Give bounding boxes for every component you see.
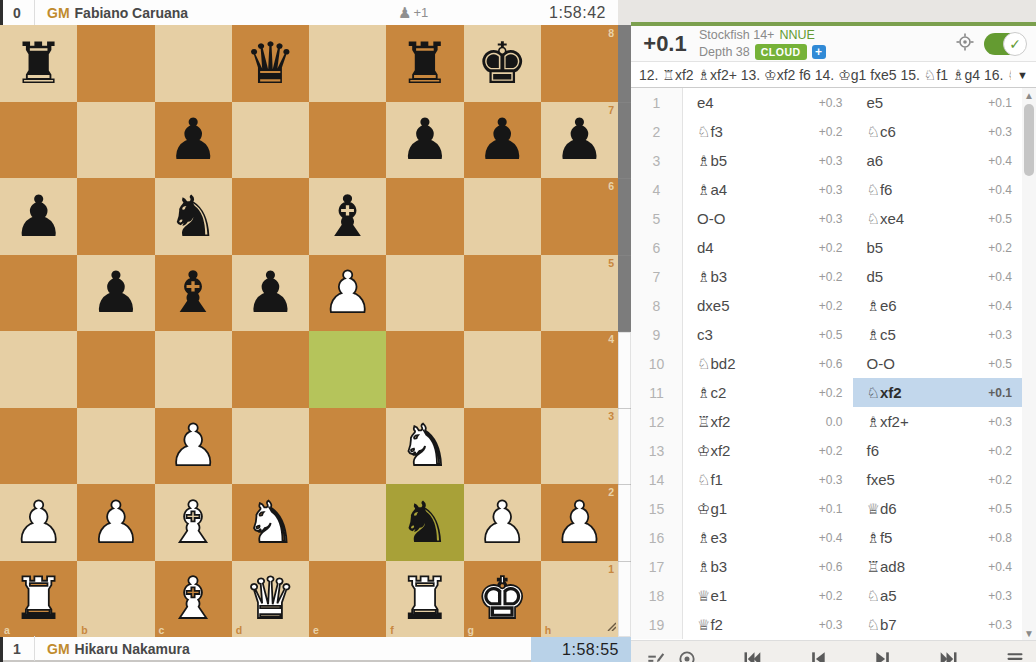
board-square-b7[interactable] bbox=[77, 102, 154, 179]
piece-white-pawn[interactable]: ♟ bbox=[77, 484, 154, 561]
black-move-cell[interactable]: ♗e6+0.4 bbox=[853, 291, 1023, 320]
move-san[interactable]: ♗c5 bbox=[867, 326, 896, 344]
move-row: 2♘f3+0.2♘c6+0.3 bbox=[631, 117, 1022, 146]
move-eval: +0.4 bbox=[988, 299, 1022, 313]
bottom-player-score: 1 bbox=[0, 641, 34, 657]
piece-white-bishop[interactable]: ♝ bbox=[155, 484, 232, 561]
coordinate-rank-label: 5 bbox=[608, 257, 614, 269]
move-number: 7 bbox=[631, 262, 683, 291]
move-eval: +0.3 bbox=[819, 154, 853, 168]
move-number: 8 bbox=[631, 291, 683, 320]
focus-icon[interactable] bbox=[956, 33, 974, 55]
engine-name: Stockfish 14+ bbox=[699, 27, 774, 44]
move-eval: +0.2 bbox=[988, 241, 1022, 255]
move-eval: +0.2 bbox=[819, 386, 853, 400]
board-square-f1[interactable]: ♜f bbox=[386, 561, 463, 638]
piece-white-pawn[interactable]: ♟ bbox=[155, 408, 232, 485]
playback-controls bbox=[631, 640, 1036, 662]
move-number: 12 bbox=[631, 407, 683, 436]
coordinate-file-label: f bbox=[390, 624, 394, 636]
black-move-cell[interactable]: ♘b7+0.3 bbox=[853, 610, 1023, 639]
move-san[interactable]: ♘a5 bbox=[867, 587, 897, 605]
move-number: 18 bbox=[631, 581, 683, 610]
white-move-cell[interactable]: dxe5+0.2 bbox=[683, 291, 853, 320]
gauge-tick bbox=[618, 102, 631, 103]
black-move-cell[interactable]: e5+0.1 bbox=[853, 88, 1023, 117]
move-row: 6d4+0.2b5+0.2 bbox=[631, 233, 1022, 262]
board-square-h7[interactable]: ♟7 bbox=[541, 102, 618, 179]
move-eval: +0.8 bbox=[988, 531, 1022, 545]
move-eval: +0.2 bbox=[819, 125, 853, 139]
add-engine-line-button[interactable]: + bbox=[812, 45, 826, 59]
black-move-cell[interactable]: O-O+0.5 bbox=[853, 349, 1023, 378]
material-value: +1 bbox=[413, 5, 428, 20]
board-square-a8[interactable]: ♜ bbox=[0, 25, 77, 102]
top-player-score: 0 bbox=[0, 5, 34, 21]
move-san[interactable]: ♗e3 bbox=[697, 529, 727, 547]
move-san[interactable]: O-O bbox=[697, 210, 725, 227]
coordinate-rank-label: 8 bbox=[608, 27, 614, 39]
scrollbar-thumb[interactable] bbox=[1024, 104, 1034, 176]
piece-white-rook[interactable]: ♜ bbox=[386, 561, 463, 638]
move-eval: +0.6 bbox=[819, 560, 853, 574]
black-move-cell[interactable]: ♘a5+0.3 bbox=[853, 581, 1023, 610]
board-square-g8[interactable]: ♚ bbox=[464, 25, 541, 102]
white-move-cell[interactable]: e4+0.3 bbox=[683, 88, 853, 117]
material-advantage: ♟ +1 bbox=[398, 0, 428, 25]
black-move-cell[interactable]: ♖ad8+0.4 bbox=[853, 552, 1023, 581]
black-move-cell[interactable]: ♗f5+0.8 bbox=[853, 523, 1023, 552]
board-square-d6[interactable] bbox=[232, 178, 309, 255]
move-san[interactable]: ♘f1 bbox=[697, 471, 723, 489]
board-resize-handle[interactable] bbox=[605, 617, 616, 635]
coordinate-rank-label: 6 bbox=[608, 180, 614, 192]
move-eval: +0.4 bbox=[819, 531, 853, 545]
board-square-f4[interactable] bbox=[386, 331, 463, 408]
board-square-a7[interactable] bbox=[0, 102, 77, 179]
board-square-h4[interactable]: 4 bbox=[541, 331, 618, 408]
piece-white-knight[interactable]: ♞ bbox=[386, 408, 463, 485]
piece-black-bishop[interactable]: ♝ bbox=[155, 255, 232, 332]
move-san[interactable]: d5 bbox=[867, 268, 884, 285]
board-square-g6[interactable] bbox=[464, 178, 541, 255]
board-square-g3[interactable] bbox=[464, 408, 541, 485]
move-san[interactable]: ♗b3 bbox=[697, 558, 727, 576]
board-square-b4[interactable] bbox=[77, 331, 154, 408]
board-square-e2[interactable] bbox=[309, 484, 386, 561]
piece-white-rook[interactable]: ♜ bbox=[0, 561, 77, 638]
coordinate-file-label: a bbox=[4, 624, 10, 636]
white-move-cell[interactable]: ♗b5+0.3 bbox=[683, 146, 853, 175]
board-square-a4[interactable] bbox=[0, 331, 77, 408]
piece-black-king[interactable]: ♚ bbox=[464, 25, 541, 102]
piece-white-king[interactable]: ♚ bbox=[464, 561, 541, 638]
move-eval: +0.2 bbox=[819, 270, 853, 284]
move-san[interactable]: b5 bbox=[867, 239, 884, 256]
move-san[interactable]: ♗xf2+ bbox=[867, 413, 909, 431]
board-square-e1[interactable]: e bbox=[309, 561, 386, 638]
black-move-cell[interactable]: ♘xf2+0.1 bbox=[853, 378, 1023, 407]
piece-white-pawn[interactable]: ♟ bbox=[541, 484, 618, 561]
white-move-cell[interactable]: ♗c2+0.2 bbox=[683, 378, 853, 407]
board-square-f2[interactable]: ♞ bbox=[386, 484, 463, 561]
board-square-f8[interactable]: ♜ bbox=[386, 25, 463, 102]
black-move-cell[interactable]: f6+0.2 bbox=[853, 436, 1023, 465]
move-eval: +0.1 bbox=[819, 502, 853, 516]
move-row: 1e4+0.3e5+0.1 bbox=[631, 88, 1022, 117]
move-eval: +0.3 bbox=[988, 328, 1022, 342]
piece-white-bishop[interactable]: ♝ bbox=[155, 561, 232, 638]
piece-white-queen[interactable]: ♛ bbox=[232, 561, 309, 638]
white-move-cell[interactable]: ♗e3+0.4 bbox=[683, 523, 853, 552]
coordinate-rank-label: 1 bbox=[608, 563, 614, 575]
coordinate-rank-label: 3 bbox=[608, 410, 614, 422]
move-san[interactable]: ♖ad8 bbox=[867, 558, 905, 576]
move-eval: +0.6 bbox=[819, 357, 853, 371]
board-square-c5[interactable]: ♝ bbox=[155, 255, 232, 332]
board-square-e4[interactable] bbox=[309, 331, 386, 408]
piece-black-pawn[interactable]: ♟ bbox=[541, 102, 618, 179]
black-move-cell[interactable]: d5+0.4 bbox=[853, 262, 1023, 291]
board-square-b1[interactable]: b bbox=[77, 561, 154, 638]
white-move-cell[interactable]: O-O+0.3 bbox=[683, 204, 853, 233]
move-san[interactable]: ♔xf2 bbox=[697, 442, 730, 460]
move-san[interactable]: ♘bd2 bbox=[697, 355, 735, 373]
piece-black-pawn[interactable]: ♟ bbox=[0, 178, 77, 255]
move-eval: +0.4 bbox=[988, 270, 1022, 284]
engine-nnue-label: NNUE bbox=[779, 27, 814, 44]
first-move-button[interactable] bbox=[741, 649, 763, 662]
move-row: 11♗c2+0.2♘xf2+0.1 bbox=[631, 378, 1022, 407]
board-square-c2[interactable]: ♝ bbox=[155, 484, 232, 561]
move-number: 2 bbox=[631, 117, 683, 146]
move-row: 14♘f1+0.3fxe5+0.2 bbox=[631, 465, 1022, 494]
engine-toggle[interactable]: ✓ bbox=[984, 33, 1026, 55]
separator bbox=[34, 636, 35, 661]
move-number: 15 bbox=[631, 494, 683, 523]
move-row: 3♗b5+0.3a6+0.4 bbox=[631, 146, 1022, 175]
move-row: 19♕f2+0.3♘b7+0.3 bbox=[631, 610, 1022, 639]
board-square-c3[interactable]: ♟ bbox=[155, 408, 232, 485]
board-square-g4[interactable] bbox=[464, 331, 541, 408]
move-san[interactable]: ♗b5 bbox=[697, 152, 727, 170]
pawn-icon: ♟ bbox=[398, 4, 411, 22]
move-san[interactable]: ♘xf2 bbox=[867, 384, 902, 402]
white-move-cell[interactable]: c3+0.5 bbox=[683, 320, 853, 349]
board-square-b6[interactable] bbox=[77, 178, 154, 255]
separator bbox=[34, 0, 35, 25]
board-square-h8[interactable]: 8 bbox=[541, 25, 618, 102]
white-move-cell[interactable]: ♘bd2+0.6 bbox=[683, 349, 853, 378]
board-square-e5[interactable]: ♟ bbox=[309, 255, 386, 332]
coordinate-file-label: g bbox=[468, 624, 474, 636]
board-square-e8[interactable] bbox=[309, 25, 386, 102]
board-square-c8[interactable] bbox=[155, 25, 232, 102]
board-square-e6[interactable]: ♝ bbox=[309, 178, 386, 255]
top-player-clock: 1:58:42 bbox=[549, 4, 618, 22]
board-square-d4[interactable] bbox=[232, 331, 309, 408]
move-san[interactable]: ♕e1 bbox=[697, 587, 727, 605]
move-san[interactable]: fxe5 bbox=[867, 471, 895, 488]
move-number: 3 bbox=[631, 146, 683, 175]
piece-black-knight[interactable]: ♞ bbox=[155, 178, 232, 255]
black-move-cell[interactable]: a6+0.4 bbox=[853, 146, 1023, 175]
move-san[interactable]: ♕d6 bbox=[867, 500, 897, 518]
move-san[interactable]: a6 bbox=[867, 152, 884, 169]
black-move-cell[interactable]: ♗c5+0.3 bbox=[853, 320, 1023, 349]
board-square-a6[interactable]: ♟ bbox=[0, 178, 77, 255]
board-square-a3[interactable] bbox=[0, 408, 77, 485]
move-san[interactable]: ♘xe4 bbox=[867, 210, 905, 228]
piece-black-rook[interactable]: ♜ bbox=[0, 25, 77, 102]
move-eval: 0.0 bbox=[826, 415, 853, 429]
move-eval: +0.1 bbox=[988, 96, 1022, 110]
coordinate-file-label: e bbox=[313, 624, 319, 636]
piece-white-pawn[interactable]: ♟ bbox=[0, 484, 77, 561]
piece-black-knight[interactable]: ♞ bbox=[386, 484, 463, 561]
white-move-cell[interactable]: ♗b3+0.2 bbox=[683, 262, 853, 291]
board-square-d3[interactable] bbox=[232, 408, 309, 485]
move-number: 17 bbox=[631, 552, 683, 581]
chess-board[interactable]: ♜♛♜♚8♟♟♟♟7♟♞♝6♟♝♟♟54♟♞3♟♟♝♞♞♟♟2♜ab♝c♛de♜… bbox=[0, 25, 618, 637]
coordinate-file-label: b bbox=[81, 624, 87, 636]
move-san[interactable]: e4 bbox=[697, 94, 714, 111]
piece-black-bishop[interactable]: ♝ bbox=[309, 178, 386, 255]
board-square-e7[interactable] bbox=[309, 102, 386, 179]
move-row: 8dxe5+0.2♗e6+0.4 bbox=[631, 291, 1022, 320]
move-san[interactable]: ♗c2 bbox=[697, 384, 726, 402]
board-square-b3[interactable] bbox=[77, 408, 154, 485]
move-san[interactable]: dxe5 bbox=[697, 297, 730, 314]
white-move-cell[interactable]: ♗a4+0.3 bbox=[683, 175, 853, 204]
white-move-cell[interactable]: d4+0.2 bbox=[683, 233, 853, 262]
board-square-a2[interactable]: ♟ bbox=[0, 484, 77, 561]
top-player-title: GM bbox=[47, 5, 70, 21]
board-square-b8[interactable] bbox=[77, 25, 154, 102]
move-eval: +0.2 bbox=[988, 444, 1022, 458]
move-row: 7♗b3+0.2d5+0.4 bbox=[631, 262, 1022, 291]
move-san[interactable]: ♖xf2 bbox=[697, 413, 730, 431]
move-san[interactable]: O-O bbox=[867, 355, 895, 372]
move-row: 5O-O+0.3♘xe4+0.5 bbox=[631, 204, 1022, 233]
gauge-tick bbox=[618, 178, 631, 179]
board-square-c6[interactable]: ♞ bbox=[155, 178, 232, 255]
move-eval: +0.5 bbox=[988, 502, 1022, 516]
bottom-player-title: GM bbox=[47, 641, 70, 657]
engine-eval: +0.1 bbox=[631, 31, 699, 57]
move-san[interactable]: ♗a4 bbox=[697, 181, 727, 199]
board-square-d7[interactable] bbox=[232, 102, 309, 179]
coordinate-file-label: d bbox=[236, 624, 242, 636]
white-move-cell[interactable]: ♔g1+0.1 bbox=[683, 494, 853, 523]
piece-black-pawn[interactable]: ♟ bbox=[464, 102, 541, 179]
move-number: 19 bbox=[631, 610, 683, 639]
target-icon[interactable] bbox=[677, 649, 697, 662]
move-san[interactable]: ♕f2 bbox=[697, 616, 723, 634]
top-player-name[interactable]: Fabiano Caruana bbox=[75, 5, 189, 21]
eval-gauge bbox=[618, 25, 631, 637]
piece-white-pawn[interactable]: ♟ bbox=[464, 484, 541, 561]
move-eval: +0.3 bbox=[988, 125, 1022, 139]
move-eval: +0.2 bbox=[819, 299, 853, 313]
black-move-cell[interactable]: fxe5+0.2 bbox=[853, 465, 1023, 494]
move-eval: +0.2 bbox=[819, 589, 853, 603]
board-square-f5[interactable] bbox=[386, 255, 463, 332]
engine-depth: Depth 38 bbox=[699, 44, 750, 61]
move-san[interactable]: ♗f5 bbox=[867, 529, 893, 547]
move-san[interactable]: ♗b3 bbox=[697, 268, 727, 286]
gauge-tick bbox=[618, 408, 631, 409]
analysis-app: 0 GM Fabiano Caruana ♟ +1 1:58:42 ♜♛♜♚8♟… bbox=[0, 0, 1036, 662]
board-square-h1[interactable]: 1h bbox=[541, 561, 618, 638]
coordinate-file-label: c bbox=[159, 624, 165, 636]
move-number: 13 bbox=[631, 436, 683, 465]
window-edge bbox=[0, 637, 3, 662]
board-square-b2[interactable]: ♟ bbox=[77, 484, 154, 561]
move-eval: +0.3 bbox=[988, 589, 1022, 603]
move-eval: +0.2 bbox=[819, 444, 853, 458]
bottom-player-name[interactable]: Hikaru Nakamura bbox=[75, 641, 190, 657]
white-move-cell[interactable]: ♖xf20.0 bbox=[683, 407, 853, 436]
move-eval: +0.2 bbox=[819, 241, 853, 255]
move-eval: +0.5 bbox=[819, 328, 853, 342]
engine-pv-line[interactable]: 12. ♖xf2 ♗xf2+ 13. ♔xf2 f6 14. ♔g1 fxe5 … bbox=[631, 62, 1036, 88]
piece-white-knight[interactable]: ♞ bbox=[232, 484, 309, 561]
piece-black-pawn[interactable]: ♟ bbox=[232, 255, 309, 332]
move-eval: +0.3 bbox=[819, 473, 853, 487]
move-row: 4♗a4+0.3♘f6+0.4 bbox=[631, 175, 1022, 204]
gauge-tick bbox=[618, 255, 631, 256]
move-eval: +0.3 bbox=[819, 96, 853, 110]
move-eval: +0.3 bbox=[819, 212, 853, 226]
black-move-cell[interactable]: ♗xf2++0.3 bbox=[853, 407, 1023, 436]
previous-move-button[interactable] bbox=[807, 649, 829, 662]
board-square-h6[interactable]: 6 bbox=[541, 178, 618, 255]
move-san[interactable]: ♘f6 bbox=[867, 181, 893, 199]
move-eval: +0.3 bbox=[819, 618, 853, 632]
move-san[interactable]: ♘f3 bbox=[697, 123, 723, 141]
black-move-cell[interactable]: ♘xe4+0.5 bbox=[853, 204, 1023, 233]
coordinate-file-label: h bbox=[545, 624, 551, 636]
move-eval: +0.3 bbox=[988, 415, 1022, 429]
move-list: 1e4+0.3e5+0.12♘f3+0.2♘c6+0.33♗b5+0.3a6+0… bbox=[631, 88, 1022, 640]
cloud-badge: CLOUD bbox=[755, 44, 807, 60]
board-square-a5[interactable] bbox=[0, 255, 77, 332]
move-row: 12♖xf20.0♗xf2++0.3 bbox=[631, 407, 1022, 436]
board-square-h3[interactable]: 3 bbox=[541, 408, 618, 485]
move-number: 5 bbox=[631, 204, 683, 233]
move-san[interactable]: ♗e6 bbox=[867, 297, 897, 315]
pv-moves[interactable]: 12. ♖xf2 ♗xf2+ 13. ♔xf2 f6 14. ♔g1 fxe5 … bbox=[639, 67, 1011, 83]
board-square-d2[interactable]: ♞ bbox=[232, 484, 309, 561]
board-square-c4[interactable] bbox=[155, 331, 232, 408]
move-eval: +0.4 bbox=[988, 154, 1022, 168]
annotations-button[interactable] bbox=[645, 649, 665, 662]
move-san[interactable]: ♘c6 bbox=[867, 123, 896, 141]
board-square-a1[interactable]: ♜a bbox=[0, 561, 77, 638]
black-move-cell[interactable]: ♘c6+0.3 bbox=[853, 117, 1023, 146]
board-square-g1[interactable]: ♚g bbox=[464, 561, 541, 638]
move-eval: +0.4 bbox=[988, 183, 1022, 197]
coordinate-rank-label: 7 bbox=[608, 104, 614, 116]
move-san[interactable]: d4 bbox=[697, 239, 714, 256]
piece-black-pawn[interactable]: ♟ bbox=[155, 102, 232, 179]
black-move-cell[interactable]: ♘f6+0.4 bbox=[853, 175, 1023, 204]
piece-black-queen[interactable]: ♛ bbox=[232, 25, 309, 102]
white-move-cell[interactable]: ♔xf2+0.2 bbox=[683, 436, 853, 465]
move-eval: +0.5 bbox=[988, 357, 1022, 371]
move-san[interactable]: f6 bbox=[867, 442, 880, 459]
white-move-cell[interactable]: ♕f2+0.3 bbox=[683, 610, 853, 639]
move-list-scrollbar[interactable]: ▲ ▼ bbox=[1022, 88, 1036, 640]
move-number: 14 bbox=[631, 465, 683, 494]
board-square-e3[interactable] bbox=[309, 408, 386, 485]
move-san[interactable]: c3 bbox=[697, 326, 713, 343]
move-eval: +0.1 bbox=[988, 386, 1022, 400]
board-square-f6[interactable] bbox=[386, 178, 463, 255]
piece-black-rook[interactable]: ♜ bbox=[386, 25, 463, 102]
board-square-c1[interactable]: ♝c bbox=[155, 561, 232, 638]
board-square-g7[interactable]: ♟ bbox=[464, 102, 541, 179]
white-move-cell[interactable]: ♕e1+0.2 bbox=[683, 581, 853, 610]
engine-info: Stockfish 14+ NNUE Depth 38 CLOUD + bbox=[699, 27, 826, 61]
scroll-up-arrow[interactable]: ▲ bbox=[1022, 88, 1036, 102]
next-move-button[interactable] bbox=[872, 649, 894, 662]
gauge-tick bbox=[618, 331, 631, 332]
engine-box: +0.1 Stockfish 14+ NNUE Depth 38 CLOUD + bbox=[631, 22, 1036, 62]
move-row: 10♘bd2+0.6O-O+0.5 bbox=[631, 349, 1022, 378]
move-san[interactable]: ♘b7 bbox=[867, 616, 897, 634]
black-move-cell[interactable]: ♕d6+0.5 bbox=[853, 494, 1023, 523]
gauge-tick bbox=[618, 484, 631, 485]
last-move-button[interactable] bbox=[938, 649, 960, 662]
top-player-bar: 0 GM Fabiano Caruana ♟ +1 1:58:42 bbox=[0, 0, 618, 25]
move-number: 1 bbox=[631, 88, 683, 117]
menu-icon[interactable] bbox=[1004, 649, 1026, 662]
white-move-cell[interactable]: ♘f3+0.2 bbox=[683, 117, 853, 146]
board-square-f3[interactable]: ♞ bbox=[386, 408, 463, 485]
move-eval: +0.2 bbox=[988, 473, 1022, 487]
board-square-g5[interactable] bbox=[464, 255, 541, 332]
piece-black-pawn[interactable]: ♟ bbox=[77, 255, 154, 332]
gauge-tick bbox=[618, 561, 631, 562]
move-san[interactable]: ♔g1 bbox=[697, 500, 727, 518]
board-square-d5[interactable]: ♟ bbox=[232, 255, 309, 332]
board-square-g2[interactable]: ♟ bbox=[464, 484, 541, 561]
board-square-h5[interactable]: 5 bbox=[541, 255, 618, 332]
move-number: 4 bbox=[631, 175, 683, 204]
move-san[interactable]: e5 bbox=[867, 94, 884, 111]
white-move-cell[interactable]: ♘f1+0.3 bbox=[683, 465, 853, 494]
board-square-d1[interactable]: ♛d bbox=[232, 561, 309, 638]
board-square-f7[interactable]: ♟ bbox=[386, 102, 463, 179]
board-square-h2[interactable]: ♟2 bbox=[541, 484, 618, 561]
scroll-down-arrow[interactable]: ▼ bbox=[1022, 626, 1036, 640]
white-move-cell[interactable]: ♗b3+0.6 bbox=[683, 552, 853, 581]
pv-expand-icon[interactable]: ▼ bbox=[1011, 69, 1028, 81]
move-row: 13♔xf2+0.2f6+0.2 bbox=[631, 436, 1022, 465]
piece-white-pawn[interactable]: ♟ bbox=[309, 255, 386, 332]
move-number: 11 bbox=[631, 378, 683, 407]
move-row: 18♕e1+0.2♘a5+0.3 bbox=[631, 581, 1022, 610]
piece-black-pawn[interactable]: ♟ bbox=[386, 102, 463, 179]
move-number: 16 bbox=[631, 523, 683, 552]
board-square-b5[interactable]: ♟ bbox=[77, 255, 154, 332]
bottom-player-bar: 1 GM Hikaru Nakamura 1:58:55 bbox=[0, 637, 631, 662]
board-square-d8[interactable]: ♛ bbox=[232, 25, 309, 102]
board-square-c7[interactable]: ♟ bbox=[155, 102, 232, 179]
black-move-cell[interactable]: b5+0.2 bbox=[853, 233, 1023, 262]
